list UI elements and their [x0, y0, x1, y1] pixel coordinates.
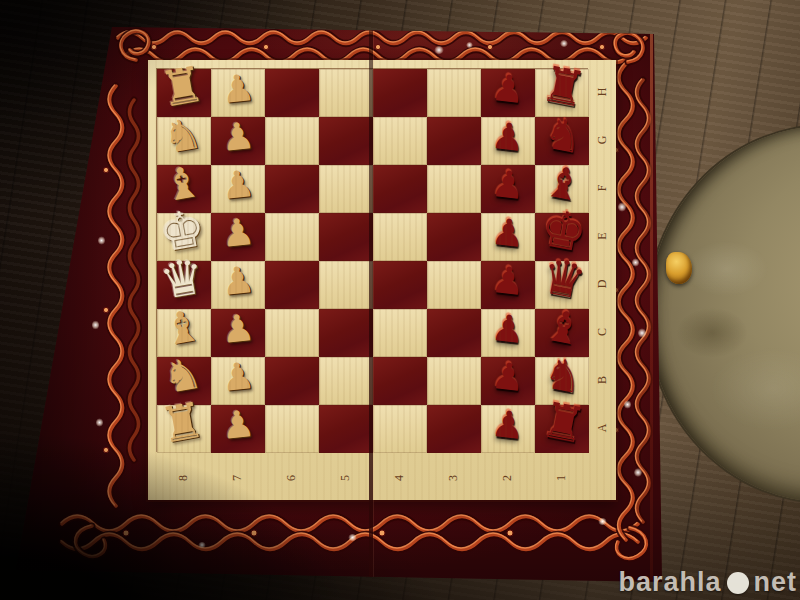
- specular-glint: [598, 518, 607, 525]
- square-f6: [265, 165, 319, 213]
- piece-wood-bishop: ♝: [160, 303, 205, 352]
- specular-glint: [198, 542, 206, 548]
- square-d2: ♟: [481, 261, 535, 309]
- piece-red-pawn: ♟: [490, 69, 527, 109]
- piece-wood-pawn: ♟: [220, 309, 257, 349]
- piece-red-pawn: ♟: [490, 261, 527, 301]
- square-g4: [373, 117, 427, 165]
- piece-red-rook: ♜: [538, 59, 590, 115]
- square-e1: ♚: [535, 213, 589, 261]
- specular-glint: [632, 258, 639, 267]
- piece-wood-pawn: ♟: [220, 357, 257, 397]
- photo-scene: ♜♟♟♜♞♟♟♞♝♟♟♝♚♟♟♚♛♟♟♛♝♟♟♝♞♟♟♞♜♟♟♜ HGFEDCB…: [0, 0, 800, 600]
- square-h5: [319, 69, 373, 117]
- watermark-dot-icon: [727, 572, 749, 594]
- square-d3: [427, 261, 481, 309]
- square-e3: [427, 213, 481, 261]
- square-c7: ♟: [211, 309, 265, 357]
- piece-red-knight: ♞: [541, 351, 587, 401]
- board-frame: ♜♟♟♜♞♟♟♞♝♟♟♝♚♟♟♚♛♟♟♛♝♟♟♝♞♟♟♞♜♟♟♜ HGFEDCB…: [148, 60, 616, 500]
- rank-label-7: 7: [215, 451, 259, 505]
- rank-label-8: 8: [161, 451, 205, 505]
- square-a1: ♜: [535, 405, 589, 453]
- piece-red-pawn: ♟: [490, 309, 527, 349]
- square-e8: ♚: [157, 213, 211, 261]
- square-b4: [373, 357, 427, 405]
- square-h3: [427, 69, 481, 117]
- square-h7: ♟: [211, 69, 265, 117]
- square-g5: [319, 117, 373, 165]
- square-b5: [319, 357, 373, 405]
- square-g6: [265, 117, 319, 165]
- specular-glint: [618, 202, 626, 212]
- rank-label-4: 4: [377, 451, 421, 505]
- specular-glint: [624, 400, 631, 409]
- piece-wood-pawn: ♟: [220, 213, 257, 253]
- square-e5: [319, 213, 373, 261]
- square-b2: ♟: [481, 357, 535, 405]
- square-a5: [319, 405, 373, 453]
- square-f1: ♝: [535, 165, 589, 213]
- square-h4: [373, 69, 427, 117]
- square-h1: ♜: [535, 69, 589, 117]
- square-h6: [265, 69, 319, 117]
- square-f2: ♟: [481, 165, 535, 213]
- specular-glint: [96, 418, 103, 427]
- square-f3: [427, 165, 481, 213]
- piece-wood-knight: ♞: [160, 351, 205, 400]
- square-c6: [265, 309, 319, 357]
- square-c2: ♟: [481, 309, 535, 357]
- square-c1: ♝: [535, 309, 589, 357]
- square-c4: [373, 309, 427, 357]
- square-b8: ♞: [157, 357, 211, 405]
- rank-label-1: 1: [539, 451, 583, 505]
- piece-wood-bishop: ♝: [160, 159, 205, 208]
- piece-red-pawn: ♟: [490, 165, 527, 205]
- square-d4: [373, 261, 427, 309]
- rank-label-2: 2: [485, 451, 529, 505]
- square-e6: [265, 213, 319, 261]
- square-g1: ♞: [535, 117, 589, 165]
- specular-glint: [92, 320, 99, 330]
- piece-wood-pawn: ♟: [220, 261, 257, 301]
- square-d1: ♛: [535, 261, 589, 309]
- piece-wood-pawn: ♟: [220, 69, 257, 109]
- specular-glint: [348, 534, 357, 541]
- square-b7: ♟: [211, 357, 265, 405]
- square-g8: ♞: [157, 117, 211, 165]
- watermark-text-right: net: [754, 567, 798, 598]
- square-c3: [427, 309, 481, 357]
- square-a6: [265, 405, 319, 453]
- square-g2: ♟: [481, 117, 535, 165]
- square-f7: ♟: [211, 165, 265, 213]
- square-g7: ♟: [211, 117, 265, 165]
- fold-seam: [369, 27, 373, 583]
- piece-wood-pawn: ♟: [220, 117, 257, 157]
- specular-glint: [634, 468, 642, 477]
- piece-red-pawn: ♟: [490, 213, 527, 253]
- rank-label-6: 6: [269, 451, 313, 505]
- square-f8: ♝: [157, 165, 211, 213]
- piece-red-pawn: ♟: [490, 405, 527, 445]
- piece-wood-pawn: ♟: [220, 165, 257, 205]
- piece-red-bishop: ♝: [541, 159, 587, 209]
- box-edge-highlight: [650, 32, 653, 580]
- square-a4: [373, 405, 427, 453]
- square-d6: [265, 261, 319, 309]
- square-g3: [427, 117, 481, 165]
- square-d8: ♛: [157, 261, 211, 309]
- square-h2: ♟: [481, 69, 535, 117]
- square-d7: ♟: [211, 261, 265, 309]
- square-a7: ♟: [211, 405, 265, 453]
- piece-red-pawn: ♟: [490, 117, 527, 157]
- square-e2: ♟: [481, 213, 535, 261]
- square-h8: ♜: [157, 69, 211, 117]
- square-e4: [373, 213, 427, 261]
- gold-tassel: [666, 252, 692, 284]
- square-c8: ♝: [157, 309, 211, 357]
- square-e7: ♟: [211, 213, 265, 261]
- square-c5: [319, 309, 373, 357]
- rank-label-5: 5: [323, 451, 367, 505]
- piece-red-knight: ♞: [541, 111, 587, 161]
- specular-glint: [638, 328, 646, 338]
- specular-glint: [560, 40, 568, 47]
- square-d5: [319, 261, 373, 309]
- specular-glint: [98, 236, 105, 245]
- square-b1: ♞: [535, 357, 589, 405]
- square-a3: [427, 405, 481, 453]
- square-b6: [265, 357, 319, 405]
- piece-red-pawn: ♟: [490, 357, 527, 397]
- specular-glint: [466, 42, 473, 48]
- piece-wood-knight: ♞: [160, 111, 205, 160]
- square-b3: [427, 357, 481, 405]
- square-f5: [319, 165, 373, 213]
- piece-wood-pawn: ♟: [220, 405, 257, 445]
- watermark-barahla-net: barahla net: [618, 567, 797, 598]
- piece-wood-rook: ♜: [156, 59, 208, 115]
- square-a8: ♜: [157, 405, 211, 453]
- file-labels: HGFEDCBA: [588, 68, 616, 452]
- specular-glint: [434, 46, 444, 54]
- rank-label-3: 3: [431, 451, 475, 505]
- square-a2: ♟: [481, 405, 535, 453]
- square-f4: [373, 165, 427, 213]
- watermark-text-left: barahla: [618, 567, 721, 598]
- piece-red-bishop: ♝: [541, 303, 587, 353]
